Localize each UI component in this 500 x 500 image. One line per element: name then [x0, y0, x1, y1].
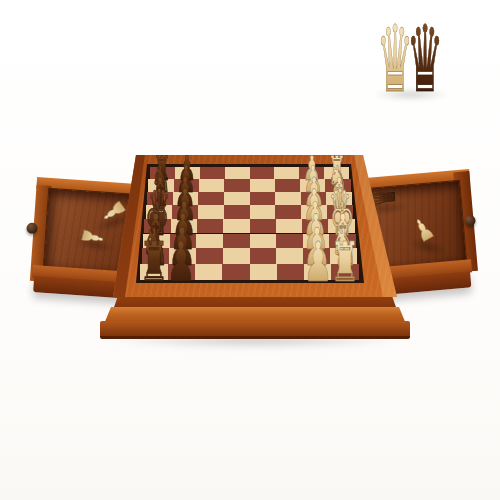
board-square [143, 234, 170, 249]
board-square [168, 264, 195, 280]
board-square [275, 179, 300, 192]
inset-pieces-shadow [372, 88, 450, 101]
board-rank-row [142, 248, 358, 264]
board-square [274, 167, 299, 179]
board-square [329, 234, 356, 249]
board-rank-row [140, 264, 359, 280]
board-square [250, 248, 277, 264]
board-square [275, 192, 301, 205]
board-square [250, 234, 277, 249]
board-square [200, 167, 225, 179]
board-square [277, 264, 304, 280]
board-square [303, 248, 330, 264]
board-rank-row [143, 234, 356, 249]
board-square [224, 179, 249, 192]
board-square [327, 205, 353, 219]
board-square [199, 179, 224, 192]
board-square [276, 219, 302, 233]
board-square [326, 192, 352, 205]
board-square [302, 219, 328, 233]
board-square [250, 179, 275, 192]
drawer-right-knob-icon [464, 215, 476, 227]
board-square [150, 167, 175, 179]
board-square [250, 205, 276, 219]
board-square [196, 234, 223, 249]
board-square [146, 205, 172, 219]
board-square [172, 205, 198, 219]
board-square [169, 248, 196, 264]
board-square [142, 248, 169, 264]
board-rank-row [148, 179, 350, 192]
board-square [299, 167, 324, 179]
board-square [225, 167, 250, 179]
board-rank-row [144, 219, 354, 233]
board-square [250, 192, 276, 205]
board-square [303, 234, 330, 249]
board-square [195, 264, 222, 280]
board-square [301, 205, 327, 219]
board-square [300, 179, 325, 192]
board-square [223, 219, 249, 233]
board-square [171, 219, 197, 233]
board-rank-row [150, 167, 349, 179]
board-square [222, 264, 249, 280]
board-square [147, 192, 173, 205]
board-square [175, 167, 200, 179]
board-square [170, 234, 197, 249]
board-square [223, 248, 250, 264]
board-square [301, 192, 327, 205]
board-square [328, 219, 354, 233]
board-square [148, 179, 173, 192]
board-square [224, 192, 250, 205]
board-rank-row [147, 192, 352, 205]
board-square [304, 264, 331, 280]
board-square [276, 248, 303, 264]
board-square [275, 205, 301, 219]
board-square [173, 192, 199, 205]
board-square [324, 167, 349, 179]
board-square [198, 192, 224, 205]
board-square [174, 179, 199, 192]
board-rank-row [146, 205, 354, 219]
board-square [140, 264, 167, 280]
board-square [250, 219, 276, 233]
chess-set-product-photo: ♛♛ ♟♟ ♛♟ ♜♟♟♜♞♟♟♞♝♟♟♝♛♟♟♛♚♟♟♚♝♟♟♝♞♟♟♞♜♟♟… [0, 0, 500, 500]
board-square [331, 264, 358, 280]
board-square [276, 234, 303, 249]
board-square [196, 248, 223, 264]
board-square [144, 219, 170, 233]
board-square [223, 234, 250, 249]
board-square [250, 167, 275, 179]
board-square [330, 248, 357, 264]
board-square [197, 219, 223, 233]
board-square [325, 179, 350, 192]
board-square [198, 205, 224, 219]
board-square [224, 205, 250, 219]
base-moulding-lower [100, 321, 410, 339]
board-square [250, 264, 277, 280]
